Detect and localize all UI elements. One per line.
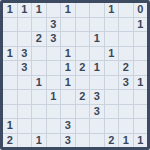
cell-r7c10[interactable] (134, 90, 148, 104)
cell-r1c8[interactable]: 1 (105, 3, 119, 17)
cell-r8c4[interactable] (47, 105, 61, 119)
cell-r9c2[interactable] (18, 119, 32, 133)
cell-r6c9[interactable]: 3 (119, 76, 133, 90)
cell-r9c6[interactable] (76, 119, 90, 133)
cell-r5c5[interactable]: 1 (61, 61, 75, 75)
cell-r4c9[interactable] (119, 47, 133, 61)
cell-r1c2[interactable]: 1 (18, 3, 32, 17)
cell-r7c3[interactable] (32, 90, 46, 104)
cell-r8c10[interactable] (134, 105, 148, 119)
cell-r8c5[interactable] (61, 105, 75, 119)
cell-r4c6[interactable] (76, 47, 90, 61)
cell-r3c9[interactable] (119, 32, 133, 46)
cell-r8c9[interactable] (119, 105, 133, 119)
cell-r4c10[interactable] (134, 47, 148, 61)
cell-r2c2[interactable] (18, 18, 32, 32)
cell-r7c1[interactable] (3, 90, 17, 104)
cell-r3c10[interactable] (134, 32, 148, 46)
cell-r5c9[interactable]: 2 (119, 61, 133, 75)
cell-r7c4[interactable]: 1 (47, 90, 61, 104)
cell-r3c7[interactable]: 1 (90, 32, 104, 46)
cell-r9c9[interactable] (119, 119, 133, 133)
cell-r3c6[interactable] (76, 32, 90, 46)
cell-r1c7[interactable] (90, 3, 104, 17)
cell-r10c10[interactable]: 1 (134, 134, 148, 148)
cell-r4c5[interactable]: 1 (61, 47, 75, 61)
cell-r4c7[interactable] (90, 47, 104, 61)
cell-r6c1[interactable] (3, 76, 17, 90)
cell-r7c2[interactable] (18, 90, 32, 104)
cell-r1c5[interactable]: 1 (61, 3, 75, 17)
cell-r10c8[interactable]: 2 (105, 134, 119, 148)
cell-r8c8[interactable] (105, 105, 119, 119)
cell-r3c5[interactable] (61, 32, 75, 46)
cell-r5c4[interactable] (47, 61, 61, 75)
cell-r5c2[interactable]: 3 (18, 61, 32, 75)
cell-r7c8[interactable] (105, 90, 119, 104)
cell-r2c8[interactable] (105, 18, 119, 32)
cell-r1c9[interactable] (119, 3, 133, 17)
cell-r2c5[interactable] (61, 18, 75, 32)
cell-r2c10[interactable]: 1 (134, 18, 148, 32)
cell-r8c3[interactable] (32, 105, 46, 119)
cell-r6c7[interactable] (90, 76, 104, 90)
cell-r7c7[interactable]: 3 (90, 90, 104, 104)
cell-r6c5[interactable]: 1 (61, 76, 75, 90)
cell-r4c1[interactable]: 1 (3, 47, 17, 61)
cell-r7c9[interactable] (119, 90, 133, 104)
cell-r6c6[interactable] (76, 76, 90, 90)
cell-r6c3[interactable]: 1 (32, 76, 46, 90)
cell-r9c4[interactable] (47, 119, 61, 133)
cell-r5c6[interactable]: 2 (76, 61, 90, 75)
cell-r1c4[interactable] (47, 3, 61, 17)
cell-r10c1[interactable]: 2 (3, 134, 17, 148)
cell-r2c3[interactable] (32, 18, 46, 32)
puzzle-screenshot: 111110312311311312121131123313213211 (0, 0, 150, 150)
cell-r10c4[interactable] (47, 134, 61, 148)
cell-r6c2[interactable] (18, 76, 32, 90)
cell-r8c1[interactable] (3, 105, 17, 119)
cell-r5c1[interactable] (3, 61, 17, 75)
cell-r2c9[interactable] (119, 18, 133, 32)
cell-r2c4[interactable]: 3 (47, 18, 61, 32)
cell-r4c4[interactable] (47, 47, 61, 61)
cell-r9c8[interactable] (105, 119, 119, 133)
cell-r9c5[interactable]: 3 (61, 119, 75, 133)
cell-r3c8[interactable] (105, 32, 119, 46)
cell-r10c9[interactable]: 1 (119, 134, 133, 148)
cell-r4c3[interactable] (32, 47, 46, 61)
cell-r1c3[interactable]: 1 (32, 3, 46, 17)
cell-r8c6[interactable] (76, 105, 90, 119)
cell-r8c2[interactable] (18, 105, 32, 119)
cell-r6c10[interactable]: 1 (134, 76, 148, 90)
cell-r3c3[interactable]: 2 (32, 32, 46, 46)
cell-r6c4[interactable] (47, 76, 61, 90)
cell-r10c5[interactable]: 3 (61, 134, 75, 148)
cell-r10c6[interactable] (76, 134, 90, 148)
cell-r2c1[interactable] (3, 18, 17, 32)
cell-r1c10[interactable]: 0 (134, 3, 148, 17)
cell-r7c5[interactable] (61, 90, 75, 104)
cell-r9c10[interactable] (134, 119, 148, 133)
cell-r5c10[interactable] (134, 61, 148, 75)
cell-r2c6[interactable] (76, 18, 90, 32)
cell-r4c8[interactable]: 1 (105, 47, 119, 61)
cell-r3c1[interactable] (3, 32, 17, 46)
cell-r5c3[interactable] (32, 61, 46, 75)
cell-r5c8[interactable] (105, 61, 119, 75)
cell-r10c3[interactable]: 1 (32, 134, 46, 148)
cell-r9c3[interactable] (32, 119, 46, 133)
cell-r3c4[interactable]: 3 (47, 32, 61, 46)
puzzle-board: 111110312311311312121131123313213211 (0, 0, 150, 150)
cell-r1c6[interactable] (76, 3, 90, 17)
cell-r2c7[interactable] (90, 18, 104, 32)
cell-r10c2[interactable] (18, 134, 32, 148)
cell-r8c7[interactable]: 3 (90, 105, 104, 119)
cell-r5c7[interactable]: 1 (90, 61, 104, 75)
cell-r7c6[interactable]: 2 (76, 90, 90, 104)
cell-r9c1[interactable]: 1 (3, 119, 17, 133)
cell-r3c2[interactable] (18, 32, 32, 46)
cell-r10c7[interactable] (90, 134, 104, 148)
cell-r9c7[interactable] (90, 119, 104, 133)
cell-r6c8[interactable] (105, 76, 119, 90)
cell-r4c2[interactable]: 3 (18, 47, 32, 61)
cell-r1c1[interactable]: 1 (3, 3, 17, 17)
